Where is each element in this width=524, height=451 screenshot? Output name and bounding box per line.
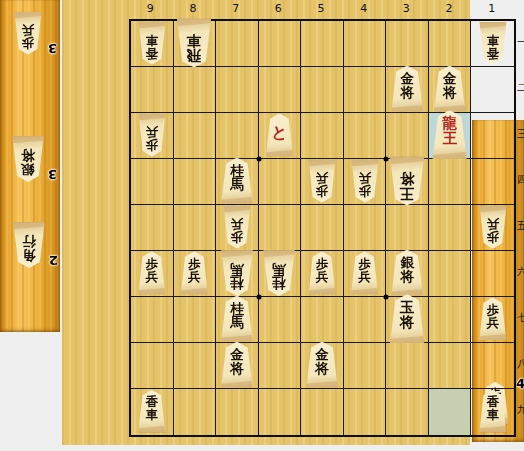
board-square[interactable]: 桂馬 — [216, 159, 259, 205]
piece-kanji: 将 — [443, 85, 457, 99]
piece-sente-lance[interactable]: 香車 — [137, 390, 167, 433]
piece-gote-lance[interactable]: 香車 — [478, 21, 508, 64]
piece-kanji: 金 — [230, 347, 244, 361]
file-label: 7 — [214, 1, 257, 16]
piece-kanji: 桂 — [230, 163, 244, 177]
hand-gote-pawn[interactable]: 歩兵3 — [10, 12, 46, 56]
board-square[interactable] — [216, 113, 259, 159]
shogi-board-panel: 987654321 一二三四五六七八九 香車飛車香車金将金将歩兵と龍王桂馬歩兵歩… — [62, 0, 470, 445]
piece-kanji: 馬 — [230, 315, 244, 329]
piece-sente-silver[interactable]: 銀将 — [390, 250, 425, 296]
board-square[interactable]: 歩兵 — [471, 297, 514, 343]
piece-gote-pawn[interactable]: 歩兵 — [307, 159, 337, 202]
piece-kanji: 兵 — [22, 24, 35, 37]
piece-kanji: 桂 — [230, 301, 244, 315]
piece-sente-knight[interactable]: 桂馬 — [219, 158, 254, 204]
board-square[interactable] — [344, 21, 387, 67]
file-label: 2 — [428, 1, 471, 16]
board-square[interactable] — [174, 389, 217, 435]
board-square[interactable] — [131, 159, 174, 205]
piece-kanji: 王 — [442, 130, 457, 145]
piece-kanji: 馬 — [230, 263, 244, 277]
piece-sente-gold[interactable]: 金将 — [305, 342, 340, 388]
board-square[interactable] — [429, 389, 472, 435]
hand-count: 3 — [48, 167, 57, 182]
piece-kanji: 兵 — [358, 269, 371, 282]
piece-sente-knight[interactable]: 桂馬 — [219, 296, 254, 342]
board-square[interactable]: 金将 — [301, 343, 344, 389]
star-point — [384, 295, 389, 300]
board-square[interactable] — [174, 159, 217, 205]
piece-kanji: 将 — [21, 149, 35, 163]
piece-sente-pawn[interactable]: 歩兵 — [179, 251, 209, 294]
board-square[interactable] — [174, 205, 217, 251]
piece-sente-pawn[interactable]: 歩兵 — [137, 251, 167, 294]
board-square[interactable] — [301, 389, 344, 435]
piece-kanji: 金 — [315, 347, 329, 361]
board-square[interactable] — [174, 67, 217, 113]
piece-kanji: 龍 — [442, 115, 457, 130]
board-square[interactable] — [386, 21, 429, 67]
board-square[interactable] — [174, 297, 217, 343]
file-label: 6 — [257, 1, 300, 16]
piece-kanji: 銀 — [21, 163, 35, 177]
piece-gote-king[interactable]: 王将 — [388, 156, 426, 205]
file-label: 3 — [385, 1, 428, 16]
piece-sente-pawn[interactable]: 歩兵 — [478, 297, 508, 340]
board-square[interactable]: 香車 — [471, 389, 514, 435]
piece-gote-knight[interactable]: 桂馬 — [219, 250, 254, 296]
board-square[interactable] — [429, 251, 472, 297]
piece-gote-knight[interactable]: 桂馬 — [262, 250, 297, 296]
piece-kanji: 将 — [315, 361, 329, 375]
board-square[interactable]: 玉将 — [386, 297, 429, 343]
board-square[interactable]: 桂馬 — [216, 251, 259, 297]
board-square[interactable] — [344, 205, 387, 251]
piece-kanji: 桂 — [273, 277, 287, 291]
file-label: 8 — [172, 1, 215, 16]
board-square[interactable] — [344, 297, 387, 343]
board-square[interactable] — [259, 21, 302, 67]
piece-sente-gold[interactable]: 金将 — [432, 66, 467, 112]
board-square[interactable]: 金将 — [429, 67, 472, 113]
piece-sente-pawn[interactable]: 歩兵 — [350, 251, 380, 294]
file-label: 9 — [129, 1, 172, 16]
board-square[interactable] — [386, 343, 429, 389]
board-square[interactable]: 歩兵 — [131, 113, 174, 159]
board-square[interactable] — [131, 67, 174, 113]
piece-kanji: 兵 — [231, 217, 244, 230]
board-square[interactable] — [471, 159, 514, 205]
board-square[interactable]: と — [259, 113, 302, 159]
piece-kanji: 車 — [486, 33, 499, 46]
board-square[interactable]: 歩兵 — [301, 159, 344, 205]
board-square[interactable] — [429, 21, 472, 67]
piece-kanji: 兵 — [316, 171, 329, 184]
board-square[interactable] — [429, 205, 472, 251]
board-square[interactable] — [429, 343, 472, 389]
piece-sente-gold[interactable]: 金将 — [219, 342, 254, 388]
hand-gote-silver[interactable]: 銀将3 — [10, 138, 46, 182]
board-square[interactable]: 桂馬 — [259, 251, 302, 297]
piece-kanji: 兵 — [146, 125, 159, 138]
board-square[interactable] — [429, 159, 472, 205]
piece-gote-bishop[interactable]: 角行 — [12, 222, 47, 268]
piece-kanji: 歩 — [316, 184, 329, 197]
piece-sente-dragon[interactable]: 龍王 — [431, 110, 469, 159]
piece-kanji: 歩 — [146, 138, 159, 151]
board-square[interactable] — [301, 21, 344, 67]
board-square[interactable]: 歩兵 — [131, 251, 174, 297]
piece-sente-lance[interactable]: 香車 — [478, 390, 508, 433]
piece-kanji: 車 — [146, 408, 159, 421]
board-square[interactable]: 王将 — [386, 159, 429, 205]
piece-kanji: 歩 — [231, 230, 244, 243]
piece-kanji: 兵 — [486, 217, 499, 230]
board-square[interactable]: 銀将 — [386, 251, 429, 297]
board-square[interactable] — [259, 205, 302, 251]
board-square[interactable]: 歩兵 — [344, 251, 387, 297]
board-square[interactable]: 龍王 — [429, 113, 472, 159]
piece-kanji: 兵 — [358, 171, 371, 184]
board-grid: 香車飛車香車金将金将歩兵と龍王桂馬歩兵歩兵王将歩兵歩兵歩兵歩兵桂馬桂馬歩兵歩兵銀… — [129, 19, 516, 437]
piece-kanji: 行 — [22, 235, 36, 249]
board-square[interactable] — [471, 113, 514, 159]
star-point — [256, 295, 261, 300]
board-square[interactable] — [301, 67, 344, 113]
piece-gote-pawn[interactable]: 歩兵 — [137, 113, 167, 156]
piece-sente-gold[interactable]: 金将 — [390, 66, 425, 112]
board-square[interactable] — [259, 389, 302, 435]
piece-gote-pawn[interactable]: 歩兵 — [478, 205, 508, 248]
board-square[interactable] — [471, 343, 514, 389]
piece-kanji: 玉 — [400, 299, 415, 314]
file-label: 4 — [342, 1, 385, 16]
piece-kanji: と — [271, 124, 287, 141]
board-square[interactable]: 歩兵 — [344, 159, 387, 205]
board-square[interactable] — [386, 389, 429, 435]
board-square[interactable]: 歩兵 — [471, 205, 514, 251]
board-square[interactable] — [386, 113, 429, 159]
board-square[interactable] — [216, 21, 259, 67]
board-square[interactable] — [259, 297, 302, 343]
piece-kanji: 馬 — [273, 263, 287, 277]
board-square[interactable] — [259, 159, 302, 205]
piece-gote-silver[interactable]: 銀将 — [11, 136, 46, 182]
board-square[interactable] — [471, 67, 514, 113]
board-square[interactable] — [429, 297, 472, 343]
board-square[interactable] — [259, 343, 302, 389]
board-square[interactable] — [301, 113, 344, 159]
board-square[interactable] — [344, 67, 387, 113]
piece-sente-king[interactable]: 玉将 — [388, 294, 426, 343]
file-labels: 987654321 — [129, 1, 513, 16]
piece-kanji: 桂 — [230, 277, 244, 291]
hand-count: 2 — [49, 253, 58, 268]
board-square[interactable]: 歩兵 — [301, 251, 344, 297]
hand-gote-bishop[interactable]: 角行2 — [11, 224, 47, 268]
piece-gote-lance[interactable]: 香車 — [137, 21, 167, 64]
piece-gote-pawn[interactable]: 歩兵 — [13, 12, 43, 55]
board-square[interactable]: 歩兵 — [216, 205, 259, 251]
board-square[interactable] — [386, 205, 429, 251]
board-square[interactable]: 香車 — [471, 21, 514, 67]
piece-kanji: 歩 — [486, 230, 499, 243]
piece-kanji: 将 — [400, 314, 415, 329]
piece-kanji: 飛 — [187, 47, 202, 62]
board-square[interactable] — [259, 67, 302, 113]
piece-gote-pawn[interactable]: 歩兵 — [222, 205, 252, 248]
board-square[interactable] — [301, 297, 344, 343]
piece-kanji: 金 — [443, 71, 457, 85]
board-square[interactable] — [216, 389, 259, 435]
piece-kanji: 兵 — [188, 269, 201, 282]
piece-kanji: 将 — [400, 170, 415, 185]
piece-sente-tokin[interactable]: と — [264, 113, 294, 156]
board-square[interactable]: 金将 — [216, 343, 259, 389]
piece-kanji: 歩 — [22, 37, 35, 50]
board-square[interactable] — [131, 297, 174, 343]
board-square[interactable]: 香車 — [131, 389, 174, 435]
piece-kanji: 銀 — [400, 255, 414, 269]
piece-kanji: 歩 — [358, 184, 371, 197]
piece-kanji: 車 — [486, 408, 499, 421]
piece-kanji: 角 — [22, 249, 36, 263]
piece-kanji: 香 — [486, 46, 499, 59]
piece-kanji: 王 — [400, 185, 415, 200]
piece-kanji: 兵 — [316, 269, 329, 282]
board-square[interactable]: 飛車 — [174, 21, 217, 67]
star-point — [384, 157, 389, 162]
board-square[interactable] — [174, 113, 217, 159]
board-square[interactable] — [344, 113, 387, 159]
file-label: 5 — [300, 1, 343, 16]
board-square[interactable]: 桂馬 — [216, 297, 259, 343]
gote-hand-tray[interactable]: 歩兵3銀将3角行2 — [0, 0, 60, 332]
piece-gote-pawn[interactable]: 歩兵 — [350, 159, 380, 202]
board-square[interactable] — [174, 343, 217, 389]
piece-kanji: 兵 — [146, 269, 159, 282]
piece-sente-pawn[interactable]: 歩兵 — [307, 251, 337, 294]
star-point — [256, 157, 261, 162]
board-square[interactable]: 歩兵 — [174, 251, 217, 297]
board-square[interactable]: 金将 — [386, 67, 429, 113]
piece-kanji: 将 — [230, 361, 244, 375]
piece-kanji: 将 — [400, 85, 414, 99]
piece-kanji: 車 — [187, 32, 202, 47]
board-square[interactable] — [131, 343, 174, 389]
board-square[interactable]: 香車 — [131, 21, 174, 67]
piece-kanji: 金 — [400, 71, 414, 85]
board-square[interactable] — [131, 205, 174, 251]
board-square[interactable] — [471, 251, 514, 297]
piece-kanji: 兵 — [486, 315, 499, 328]
board-square[interactable] — [216, 67, 259, 113]
board-square[interactable] — [344, 343, 387, 389]
piece-kanji: 馬 — [230, 177, 244, 191]
hand-count: 3 — [48, 41, 57, 56]
board-square[interactable] — [301, 205, 344, 251]
piece-kanji: 香 — [146, 46, 159, 59]
piece-gote-rook[interactable]: 飛車 — [175, 18, 213, 67]
piece-kanji: 将 — [400, 269, 414, 283]
board-square[interactable] — [344, 389, 387, 435]
file-label: 1 — [470, 1, 513, 16]
piece-kanji: 車 — [146, 33, 159, 46]
